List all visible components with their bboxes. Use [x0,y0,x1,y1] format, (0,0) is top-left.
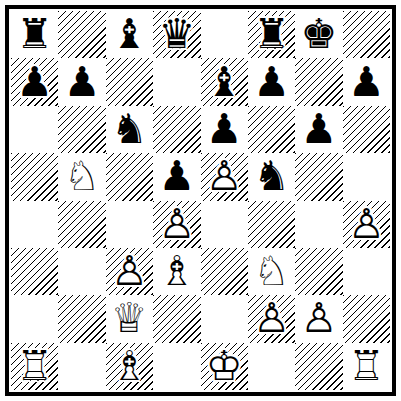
square-d3[interactable]: ♝♗ [153,248,200,295]
square-f6[interactable] [248,106,295,153]
square-d1[interactable] [153,343,200,390]
piece-white-queen: ♛♕ [106,295,153,342]
square-e5[interactable]: ♟♙ [201,153,248,200]
square-a7[interactable]: ♟ [11,58,58,105]
square-h7[interactable]: ♟ [343,58,390,105]
square-e4[interactable] [201,201,248,248]
square-a4[interactable] [11,201,58,248]
square-h5[interactable] [343,153,390,200]
square-g1[interactable] [295,343,342,390]
square-f8[interactable]: ♜ [248,11,295,58]
piece-white-knight: ♞♘ [248,248,295,295]
square-c7[interactable] [106,58,153,105]
piece-black-pawn: ♟ [11,58,58,105]
square-g7[interactable] [295,58,342,105]
piece-white-bishop: ♝♗ [153,248,200,295]
square-a2[interactable] [11,295,58,342]
piece-white-bishop: ♝♗ [106,343,153,390]
piece-black-queen: ♛ [153,11,200,58]
page-background: ♜♝♛♜♚♟♟♝♟♟♞♟♟♞♘♟♟♙♞♟♙♟♙♟♙♝♗♞♘♛♕♟♙♟♙♜♖♝♗♚… [0,0,401,401]
piece-white-rook: ♜♖ [11,343,58,390]
square-d4[interactable]: ♟♙ [153,201,200,248]
piece-black-pawn: ♟ [153,153,200,200]
piece-white-king: ♚♔ [201,343,248,390]
square-c1[interactable]: ♝♗ [106,343,153,390]
piece-black-rook: ♜ [11,11,58,58]
piece-black-pawn: ♟ [248,58,295,105]
piece-white-pawn: ♟♙ [295,295,342,342]
square-b1[interactable] [58,343,105,390]
square-f2[interactable]: ♟♙ [248,295,295,342]
piece-black-knight: ♞ [248,153,295,200]
square-g6[interactable]: ♟ [295,106,342,153]
square-b7[interactable]: ♟ [58,58,105,105]
piece-white-pawn: ♟♙ [201,153,248,200]
square-f4[interactable] [248,201,295,248]
square-b6[interactable] [58,106,105,153]
square-f1[interactable] [248,343,295,390]
square-h8[interactable] [343,11,390,58]
square-e8[interactable] [201,11,248,58]
square-e7[interactable]: ♝ [201,58,248,105]
piece-black-king: ♚ [295,11,342,58]
square-g3[interactable] [295,248,342,295]
square-d5[interactable]: ♟ [153,153,200,200]
square-e2[interactable] [201,295,248,342]
piece-white-rook: ♜♖ [343,343,390,390]
square-d8[interactable]: ♛ [153,11,200,58]
piece-black-rook: ♜ [248,11,295,58]
square-g4[interactable] [295,201,342,248]
square-c5[interactable] [106,153,153,200]
square-d6[interactable] [153,106,200,153]
square-a1[interactable]: ♜♖ [11,343,58,390]
square-f5[interactable]: ♞ [248,153,295,200]
piece-black-bishop: ♝ [106,11,153,58]
piece-black-bishop: ♝ [201,58,248,105]
piece-white-pawn: ♟♙ [153,201,200,248]
piece-black-pawn: ♟ [343,58,390,105]
square-f3[interactable]: ♞♘ [248,248,295,295]
piece-white-pawn: ♟♙ [106,248,153,295]
square-h4[interactable]: ♟♙ [343,201,390,248]
square-g8[interactable]: ♚ [295,11,342,58]
square-e6[interactable]: ♟ [201,106,248,153]
piece-black-knight: ♞ [106,106,153,153]
square-a8[interactable]: ♜ [11,11,58,58]
piece-black-pawn: ♟ [201,106,248,153]
square-e3[interactable] [201,248,248,295]
square-b4[interactable] [58,201,105,248]
piece-white-pawn: ♟♙ [343,201,390,248]
square-d2[interactable] [153,295,200,342]
square-h2[interactable] [343,295,390,342]
square-a3[interactable] [11,248,58,295]
square-b2[interactable] [58,295,105,342]
piece-black-pawn: ♟ [58,58,105,105]
square-c3[interactable]: ♟♙ [106,248,153,295]
piece-white-knight: ♞♘ [58,153,105,200]
square-a6[interactable] [11,106,58,153]
square-b3[interactable] [58,248,105,295]
square-h3[interactable] [343,248,390,295]
square-b5[interactable]: ♞♘ [58,153,105,200]
square-f7[interactable]: ♟ [248,58,295,105]
square-h1[interactable]: ♜♖ [343,343,390,390]
square-c8[interactable]: ♝ [106,11,153,58]
square-a5[interactable] [11,153,58,200]
square-c6[interactable]: ♞ [106,106,153,153]
square-g5[interactable] [295,153,342,200]
square-d7[interactable] [153,58,200,105]
chess-board: ♜♝♛♜♚♟♟♝♟♟♞♟♟♞♘♟♟♙♞♟♙♟♙♟♙♝♗♞♘♛♕♟♙♟♙♜♖♝♗♚… [11,11,390,390]
square-e1[interactable]: ♚♔ [201,343,248,390]
board-frame: ♜♝♛♜♚♟♟♝♟♟♞♟♟♞♘♟♟♙♞♟♙♟♙♟♙♝♗♞♘♛♕♟♙♟♙♜♖♝♗♚… [5,5,396,396]
piece-white-pawn: ♟♙ [248,295,295,342]
square-c2[interactable]: ♛♕ [106,295,153,342]
square-c4[interactable] [106,201,153,248]
square-b8[interactable] [58,11,105,58]
square-g2[interactable]: ♟♙ [295,295,342,342]
square-h6[interactable] [343,106,390,153]
piece-black-pawn: ♟ [295,106,342,153]
